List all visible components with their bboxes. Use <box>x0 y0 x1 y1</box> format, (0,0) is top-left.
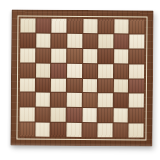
square-b8 <box>36 19 51 33</box>
square-c5 <box>51 63 66 77</box>
square-a3 <box>20 93 35 107</box>
photo-background <box>0 0 160 160</box>
square-f7 <box>98 34 113 48</box>
square-a7 <box>20 33 35 47</box>
square-b3 <box>35 93 50 107</box>
square-b2 <box>35 108 50 122</box>
square-e5 <box>83 64 98 78</box>
square-g1 <box>113 123 128 137</box>
square-a4 <box>20 78 35 92</box>
board-grid <box>19 18 144 137</box>
square-a1 <box>19 123 34 137</box>
square-e6 <box>83 49 98 63</box>
square-c6 <box>51 48 66 62</box>
square-d5 <box>67 63 82 77</box>
square-g3 <box>113 94 128 108</box>
square-g4 <box>114 79 129 93</box>
square-b5 <box>36 63 51 77</box>
square-h8 <box>130 19 145 33</box>
square-h2 <box>129 109 144 123</box>
square-g2 <box>113 109 128 123</box>
square-h5 <box>129 64 144 78</box>
square-c1 <box>51 123 66 137</box>
square-c2 <box>51 108 66 122</box>
square-d2 <box>66 108 81 122</box>
square-c3 <box>51 93 66 107</box>
square-f1 <box>98 123 113 137</box>
square-g5 <box>114 64 129 78</box>
square-d4 <box>67 78 82 92</box>
square-e4 <box>82 79 97 93</box>
square-d6 <box>67 49 82 63</box>
square-h1 <box>129 124 144 138</box>
square-b4 <box>36 78 51 92</box>
square-c4 <box>51 78 66 92</box>
square-e1 <box>82 123 97 137</box>
square-d7 <box>67 34 82 48</box>
square-e7 <box>83 34 98 48</box>
square-f4 <box>98 79 113 93</box>
square-a8 <box>20 18 35 32</box>
square-a6 <box>20 48 35 62</box>
square-e3 <box>82 93 97 107</box>
square-h4 <box>129 79 144 93</box>
chess-board <box>10 9 153 146</box>
square-e2 <box>82 108 97 122</box>
square-a5 <box>20 63 35 77</box>
square-d8 <box>67 19 82 33</box>
square-c8 <box>52 19 67 33</box>
square-h3 <box>129 94 144 108</box>
square-e8 <box>83 19 98 33</box>
square-c7 <box>52 34 67 48</box>
square-f2 <box>98 108 113 122</box>
square-f6 <box>98 49 113 63</box>
square-f3 <box>98 94 113 108</box>
square-d1 <box>66 123 81 137</box>
square-h7 <box>130 34 145 48</box>
square-g6 <box>114 49 129 63</box>
board-inlay-line <box>16 15 147 140</box>
square-d3 <box>67 93 82 107</box>
square-b6 <box>36 48 51 62</box>
square-g8 <box>114 19 129 33</box>
square-g7 <box>114 34 129 48</box>
square-b7 <box>36 33 51 47</box>
square-f5 <box>98 64 113 78</box>
square-f8 <box>99 19 114 33</box>
square-b1 <box>35 123 50 137</box>
square-a2 <box>20 108 35 122</box>
square-h6 <box>130 49 145 63</box>
